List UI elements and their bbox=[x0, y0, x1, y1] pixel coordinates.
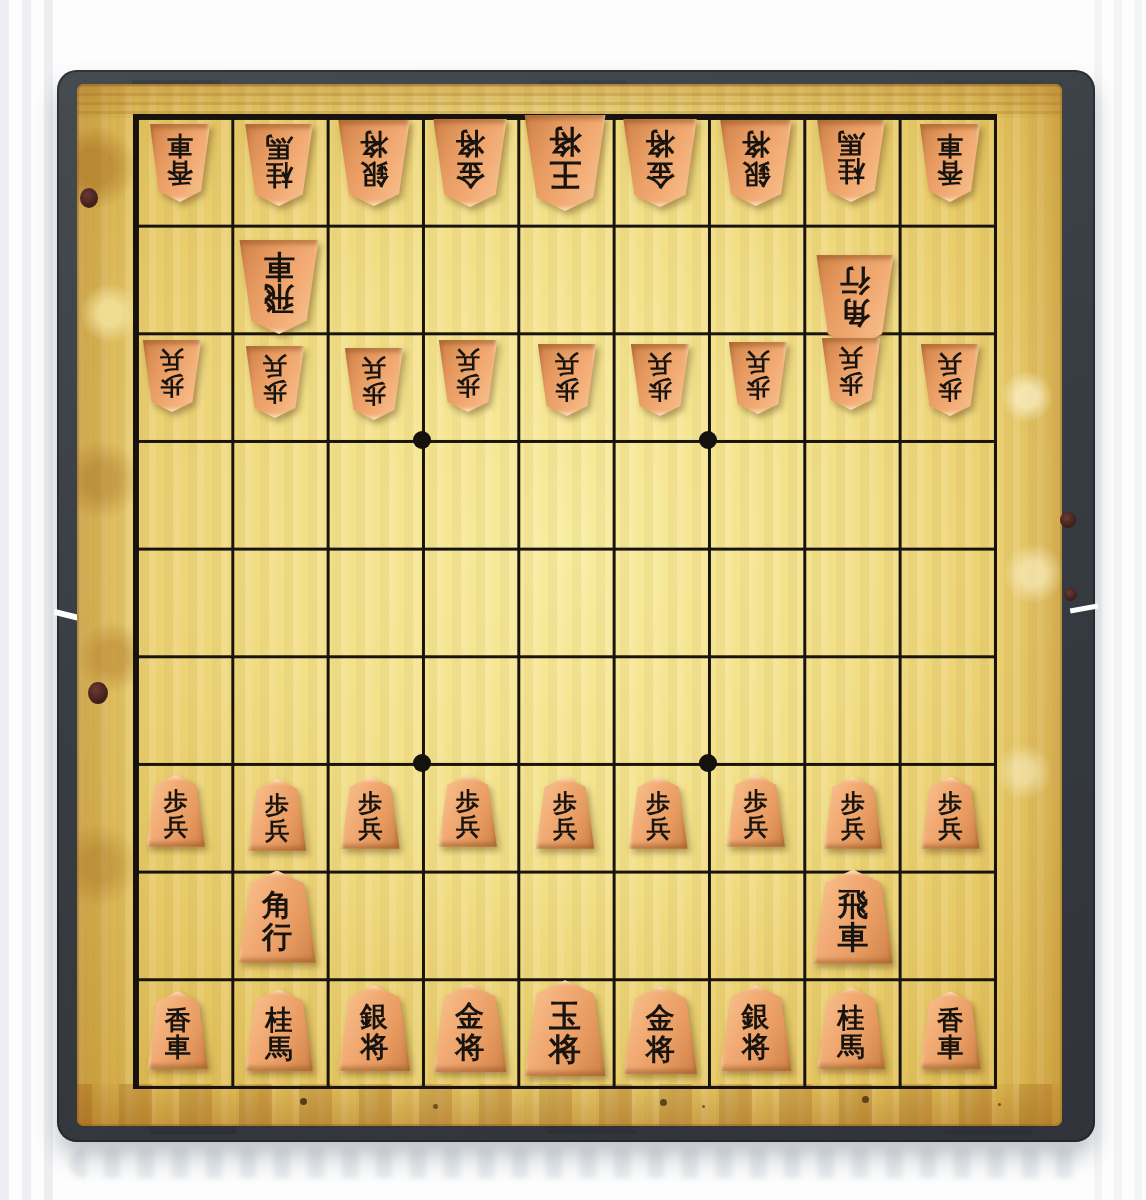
koma-kanji: 将 bbox=[360, 130, 388, 159]
koma-kanji: 兵 bbox=[938, 817, 962, 841]
koma-kanji: 香 bbox=[937, 1007, 963, 1034]
piece-silver-sente[interactable]: 銀将 bbox=[718, 985, 794, 1071]
koma-kanji: 金 bbox=[455, 1002, 484, 1032]
piece-pawn-sente[interactable]: 歩兵 bbox=[437, 775, 499, 847]
koma-kanji: 兵 bbox=[744, 815, 768, 839]
koma-face: 歩兵 bbox=[534, 777, 596, 849]
piece-pawn-gote[interactable]: 歩兵 bbox=[437, 340, 499, 412]
koma-kanji: 飛 bbox=[264, 282, 295, 314]
piece-knight-sente[interactable]: 桂馬 bbox=[243, 989, 315, 1071]
koma-kanji: 歩 bbox=[164, 789, 188, 813]
koma-face: 銀将 bbox=[336, 985, 412, 1071]
koma-kanji: 兵 bbox=[456, 348, 480, 372]
piece-silver-gote[interactable]: 銀将 bbox=[718, 120, 794, 206]
piece-king-sente[interactable]: 玉将 bbox=[522, 980, 608, 1076]
koma-kanji: 角 bbox=[840, 297, 870, 328]
koma-kanji: 馬 bbox=[266, 1035, 293, 1063]
koma-kanji: 兵 bbox=[456, 815, 480, 839]
case-drop-shadow bbox=[70, 1148, 1080, 1178]
piece-knight-gote[interactable]: 桂馬 bbox=[815, 120, 887, 202]
koma-face: 桂馬 bbox=[815, 987, 887, 1069]
koma-kanji: 桂 bbox=[838, 157, 865, 185]
koma-kanji: 馬 bbox=[838, 1033, 865, 1061]
koma-face: 銀将 bbox=[336, 120, 412, 206]
piece-knight-sente[interactable]: 桂馬 bbox=[815, 987, 887, 1069]
piece-pawn-gote[interactable]: 歩兵 bbox=[727, 342, 789, 414]
koma-face: 香車 bbox=[918, 991, 982, 1069]
koma-kanji: 将 bbox=[455, 128, 484, 158]
koma-face: 歩兵 bbox=[629, 344, 691, 416]
koma-kanji: 銀 bbox=[742, 1003, 770, 1032]
koma-kanji: 兵 bbox=[555, 352, 579, 376]
koma-kanji: 兵 bbox=[265, 819, 289, 843]
koma-kanji: 歩 bbox=[456, 373, 480, 397]
koma-kanji: 王 bbox=[549, 159, 581, 192]
koma-kanji: 歩 bbox=[841, 791, 865, 815]
koma-kanji: 車 bbox=[838, 922, 869, 954]
koma-kanji: 香 bbox=[167, 160, 193, 187]
piece-pawn-gote[interactable]: 歩兵 bbox=[820, 338, 882, 410]
koma-kanji: 兵 bbox=[164, 815, 188, 839]
piece-pawn-sente[interactable]: 歩兵 bbox=[919, 777, 981, 849]
hoshi-dot bbox=[699, 431, 717, 449]
piece-pawn-gote[interactable]: 歩兵 bbox=[244, 346, 306, 418]
hoshi-dot bbox=[413, 754, 431, 772]
koma-kanji: 銀 bbox=[360, 1003, 388, 1032]
koma-face: 歩兵 bbox=[244, 346, 306, 418]
koma-kanji: 車 bbox=[167, 132, 193, 159]
koma-kanji: 馬 bbox=[266, 133, 293, 161]
koma-face: 歩兵 bbox=[919, 777, 981, 849]
photo-background: 香車桂馬銀将金将王将金将銀将桂馬香車飛車角行歩兵歩兵歩兵歩兵歩兵歩兵歩兵歩兵歩兵… bbox=[0, 0, 1146, 1200]
piece-silver-gote[interactable]: 銀将 bbox=[336, 120, 412, 206]
koma-face: 桂馬 bbox=[815, 120, 887, 202]
koma-kanji: 玉 bbox=[549, 1000, 581, 1033]
koma-kanji: 歩 bbox=[362, 381, 386, 405]
hoshi-dot bbox=[413, 431, 431, 449]
koma-face: 金将 bbox=[621, 119, 699, 207]
koma-kanji: 車 bbox=[165, 1034, 191, 1061]
koma-face: 飛車 bbox=[237, 240, 321, 334]
koma-kanji: 歩 bbox=[263, 379, 287, 403]
koma-kanji: 将 bbox=[742, 130, 770, 159]
piece-rook-gote[interactable]: 飛車 bbox=[237, 240, 321, 334]
piece-pawn-gote[interactable]: 歩兵 bbox=[919, 344, 981, 416]
rivet-right-upper bbox=[1060, 512, 1076, 528]
koma-face: 歩兵 bbox=[919, 344, 981, 416]
board-stain-left-margin bbox=[77, 84, 137, 1126]
koma-kanji: 行 bbox=[262, 922, 292, 953]
koma-kanji: 香 bbox=[937, 160, 963, 187]
piece-bishop-sente[interactable]: 角行 bbox=[236, 871, 318, 963]
koma-face: 歩兵 bbox=[627, 777, 689, 849]
koma-kanji: 金 bbox=[455, 159, 484, 189]
koma-face: 金将 bbox=[431, 984, 509, 1072]
koma-face: 香車 bbox=[146, 991, 210, 1069]
hoshi-dot bbox=[699, 754, 717, 772]
koma-kanji: 歩 bbox=[648, 377, 672, 401]
koma-kanji: 歩 bbox=[746, 375, 770, 399]
koma-kanji: 桂 bbox=[266, 1006, 293, 1034]
koma-kanji: 兵 bbox=[362, 356, 386, 380]
piece-pawn-gote[interactable]: 歩兵 bbox=[343, 348, 405, 420]
piece-bishop-gote[interactable]: 角行 bbox=[814, 255, 896, 347]
koma-kanji: 車 bbox=[937, 1034, 963, 1061]
koma-kanji: 将 bbox=[742, 1033, 770, 1062]
koma-face: 飛車 bbox=[811, 870, 895, 964]
koma-face: 角行 bbox=[814, 255, 896, 347]
koma-kanji: 兵 bbox=[160, 348, 184, 372]
koma-face: 王将 bbox=[522, 115, 608, 211]
koma-kanji: 兵 bbox=[553, 817, 577, 841]
koma-face: 歩兵 bbox=[246, 779, 308, 851]
piece-silver-sente[interactable]: 銀将 bbox=[336, 985, 412, 1071]
koma-kanji: 香 bbox=[165, 1007, 191, 1034]
koma-face: 歩兵 bbox=[339, 777, 401, 849]
rivet-left-middle bbox=[88, 682, 108, 704]
piece-lance-sente[interactable]: 香車 bbox=[918, 991, 982, 1069]
koma-kanji: 兵 bbox=[263, 354, 287, 378]
rivet-left-top bbox=[80, 188, 98, 208]
koma-kanji: 歩 bbox=[456, 789, 480, 813]
koma-kanji: 兵 bbox=[648, 352, 672, 376]
koma-face: 歩兵 bbox=[822, 777, 884, 849]
koma-kanji: 銀 bbox=[360, 159, 388, 188]
koma-kanji: 将 bbox=[646, 1035, 675, 1065]
koma-kanji: 歩 bbox=[265, 793, 289, 817]
board-stain-bottom-margin bbox=[77, 1084, 1062, 1126]
koma-kanji: 歩 bbox=[553, 791, 577, 815]
koma-face: 玉将 bbox=[522, 980, 608, 1076]
piece-pawn-sente[interactable]: 歩兵 bbox=[534, 777, 596, 849]
background-streaks-left bbox=[0, 0, 62, 1200]
koma-kanji: 歩 bbox=[938, 791, 962, 815]
koma-kanji: 歩 bbox=[646, 791, 670, 815]
koma-kanji: 歩 bbox=[358, 791, 382, 815]
piece-lance-sente[interactable]: 香車 bbox=[146, 991, 210, 1069]
koma-kanji: 歩 bbox=[938, 377, 962, 401]
koma-kanji: 歩 bbox=[744, 789, 768, 813]
koma-kanji: 車 bbox=[937, 132, 963, 159]
piece-pawn-sente[interactable]: 歩兵 bbox=[246, 779, 308, 851]
koma-kanji: 角 bbox=[262, 890, 292, 921]
koma-face: 香車 bbox=[148, 124, 212, 202]
piece-pawn-gote[interactable]: 歩兵 bbox=[141, 340, 203, 412]
koma-face: 歩兵 bbox=[820, 338, 882, 410]
hinge-seam-right bbox=[1070, 604, 1098, 614]
koma-face: 歩兵 bbox=[437, 340, 499, 412]
piece-king-gote[interactable]: 王将 bbox=[522, 115, 608, 211]
koma-kanji: 兵 bbox=[841, 817, 865, 841]
shogi-board: 香車桂馬銀将金将王将金将銀将桂馬香車飛車角行歩兵歩兵歩兵歩兵歩兵歩兵歩兵歩兵歩兵… bbox=[77, 84, 1062, 1126]
piece-gold-gote[interactable]: 金将 bbox=[621, 119, 699, 207]
koma-face: 歩兵 bbox=[141, 340, 203, 412]
koma-kanji: 金 bbox=[646, 159, 675, 189]
piece-gold-gote[interactable]: 金将 bbox=[431, 119, 509, 207]
koma-kanji: 車 bbox=[264, 250, 295, 282]
koma-face: 桂馬 bbox=[243, 124, 315, 206]
koma-kanji: 銀 bbox=[742, 159, 770, 188]
koma-kanji: 将 bbox=[455, 1033, 484, 1063]
koma-face: 銀将 bbox=[718, 985, 794, 1071]
koma-kanji: 桂 bbox=[266, 161, 293, 189]
koma-kanji: 兵 bbox=[746, 350, 770, 374]
koma-kanji: 桂 bbox=[838, 1004, 865, 1032]
koma-face: 銀将 bbox=[718, 120, 794, 206]
koma-kanji: 歩 bbox=[555, 377, 579, 401]
koma-face: 金将 bbox=[431, 119, 509, 207]
piece-rook-sente[interactable]: 飛車 bbox=[811, 870, 895, 964]
koma-face: 歩兵 bbox=[536, 344, 598, 416]
koma-face: 歩兵 bbox=[145, 775, 207, 847]
koma-kanji: 兵 bbox=[839, 346, 863, 370]
piece-knight-gote[interactable]: 桂馬 bbox=[243, 124, 315, 206]
rivet-right-lower bbox=[1064, 588, 1077, 601]
koma-face: 歩兵 bbox=[725, 775, 787, 847]
koma-kanji: 飛 bbox=[838, 889, 869, 921]
koma-kanji: 将 bbox=[549, 1033, 581, 1066]
piece-lance-gote[interactable]: 香車 bbox=[148, 124, 212, 202]
koma-face: 歩兵 bbox=[437, 775, 499, 847]
board-stain-top-margin bbox=[77, 84, 1062, 118]
koma-kanji: 将 bbox=[646, 128, 675, 158]
koma-face: 金将 bbox=[621, 986, 699, 1074]
dirt-specks-bottom-margin bbox=[300, 1098, 307, 1105]
koma-kanji: 兵 bbox=[646, 817, 670, 841]
piece-gold-sente[interactable]: 金将 bbox=[431, 984, 509, 1072]
piece-lance-gote[interactable]: 香車 bbox=[918, 124, 982, 202]
koma-kanji: 将 bbox=[549, 125, 581, 158]
koma-face: 桂馬 bbox=[243, 989, 315, 1071]
koma-face: 歩兵 bbox=[727, 342, 789, 414]
koma-face: 香車 bbox=[918, 124, 982, 202]
koma-kanji: 馬 bbox=[838, 129, 865, 157]
piece-pawn-gote[interactable]: 歩兵 bbox=[536, 344, 598, 416]
koma-kanji: 歩 bbox=[839, 371, 863, 395]
piece-gold-sente[interactable]: 金将 bbox=[621, 986, 699, 1074]
koma-kanji: 行 bbox=[840, 265, 870, 296]
koma-kanji: 金 bbox=[646, 1004, 675, 1034]
piece-pawn-sente[interactable]: 歩兵 bbox=[725, 775, 787, 847]
piece-pawn-sente[interactable]: 歩兵 bbox=[145, 775, 207, 847]
koma-kanji: 兵 bbox=[358, 817, 382, 841]
koma-kanji: 将 bbox=[360, 1033, 388, 1062]
board-stain-right-margin bbox=[998, 84, 1062, 1126]
background-streaks-right bbox=[1094, 0, 1146, 1200]
koma-face: 角行 bbox=[236, 871, 318, 963]
piece-pawn-sente[interactable]: 歩兵 bbox=[822, 777, 884, 849]
piece-pawn-gote[interactable]: 歩兵 bbox=[629, 344, 691, 416]
board-grid[interactable]: 香車桂馬銀将金将王将金将銀将桂馬香車飛車角行歩兵歩兵歩兵歩兵歩兵歩兵歩兵歩兵歩兵… bbox=[133, 114, 997, 1089]
piece-pawn-sente[interactable]: 歩兵 bbox=[627, 777, 689, 849]
koma-kanji: 兵 bbox=[938, 352, 962, 376]
piece-pawn-sente[interactable]: 歩兵 bbox=[339, 777, 401, 849]
koma-kanji: 歩 bbox=[160, 373, 184, 397]
koma-face: 歩兵 bbox=[343, 348, 405, 420]
